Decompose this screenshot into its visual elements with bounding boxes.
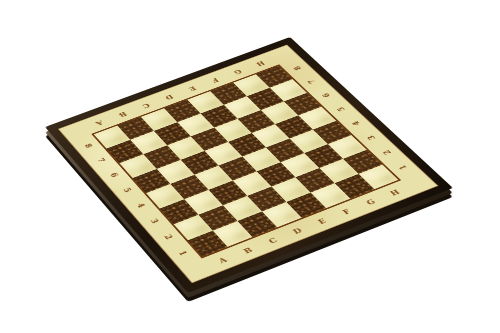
chess-board: AABBCCDDEEFFGGHH1122334455667788 <box>45 37 453 293</box>
scene-background: AABBCCDDEEFFGGHH1122334455667788 <box>0 0 500 333</box>
